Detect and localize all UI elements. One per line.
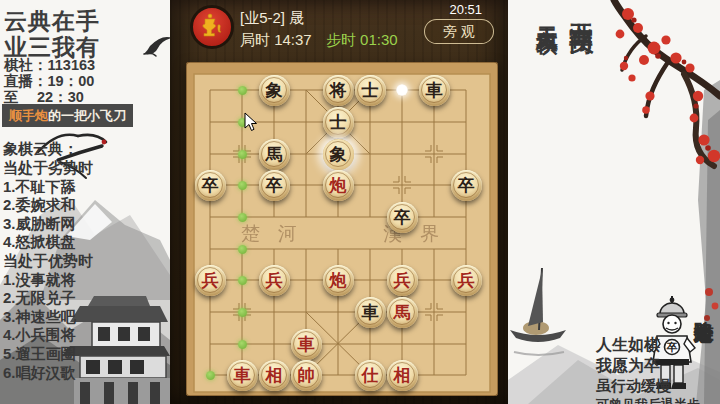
move-hint-dot[interactable] [238, 308, 247, 317]
move-time: 步时 01:30 [326, 31, 398, 48]
piece-black-車[interactable]: 車 [355, 297, 386, 328]
piece-black-士[interactable]: 士 [323, 107, 354, 138]
time-row: 局时 14:37 步时 01:30 [240, 31, 398, 50]
piece-red-兵[interactable]: 兵 [259, 265, 290, 296]
cloud-list-header: 象棋云典： [3, 140, 78, 159]
poem-line: 可曾见我后退半步 [596, 396, 700, 404]
move-hint-dot[interactable] [206, 371, 215, 380]
right-overlay-panel: 卒 业三守门员 天天象棋 人生如棋我愿为卒虽行动缓慢可曾见我后退半步 路边摊老云 [508, 0, 720, 404]
cloud-list-item: 4.怒掀棋盘 [3, 233, 93, 252]
screenshot-stage: 云典在手 业三我有 棋社：113163 直播：19：00 至 22：30 顺手炮… [0, 0, 720, 404]
piece-black-卒[interactable]: 卒 [259, 170, 290, 201]
piece-black-士[interactable]: 士 [355, 75, 386, 106]
player-avatar[interactable] [190, 5, 234, 49]
piece-black-将[interactable]: 将 [323, 75, 354, 106]
move-hint-dot[interactable] [238, 86, 247, 95]
slogan-column-right: 业三守门员 [566, 3, 596, 13]
trophy-icon [197, 12, 227, 42]
move-hint-dot[interactable] [238, 245, 247, 254]
piece-black-車[interactable]: 車 [419, 75, 450, 106]
piece-black-馬[interactable]: 馬 [259, 139, 290, 170]
topic-banner-rest: 的一把小飞刀 [48, 108, 126, 123]
move-hint-dot[interactable] [238, 150, 247, 159]
cloud-list-item: 2.无限兑子 [3, 289, 93, 308]
river-label-left: 楚 河 [241, 222, 303, 244]
cloud-list-item: 5.遛王画圈 [3, 345, 93, 364]
game-time: 局时 14:37 [240, 31, 312, 48]
cloud-list-item: 3.威胁断网 [3, 215, 93, 234]
move-hint-dot[interactable] [238, 340, 247, 349]
topic-banner-highlight: 顺手炮 [9, 108, 48, 123]
poem-line: 我愿为卒 [596, 355, 700, 376]
piece-red-相[interactable]: 相 [387, 360, 418, 391]
streamer-name: 路边摊老云 [692, 305, 716, 310]
plum-blossom-icon [614, 0, 720, 166]
piece-black-象[interactable]: 象 [323, 139, 354, 170]
cloud-list-item: 6.唱好汉歌 [3, 364, 93, 383]
piece-red-車[interactable]: 車 [291, 329, 322, 360]
piece-black-卒[interactable]: 卒 [195, 170, 226, 201]
piece-black-象[interactable]: 象 [259, 75, 290, 106]
cloud-list-item: 1.没事就将 [3, 271, 93, 290]
piece-red-兵[interactable]: 兵 [195, 265, 226, 296]
piece-red-炮[interactable]: 炮 [323, 265, 354, 296]
spectate-button[interactable]: 旁观 [424, 19, 494, 44]
topic-banner: 顺手炮的一把小飞刀 [2, 104, 133, 127]
system-clock: 20:51 [449, 2, 482, 17]
player-name: [业5-2] 晟 [240, 9, 304, 28]
piece-red-仕[interactable]: 仕 [355, 360, 386, 391]
piece-red-兵[interactable]: 兵 [387, 265, 418, 296]
last-move-origin-marker [396, 84, 408, 96]
pawn-poem: 人生如棋我愿为卒虽行动缓慢可曾见我后退半步 [596, 334, 700, 404]
move-hint-dot[interactable] [238, 276, 247, 285]
piece-black-卒[interactable]: 卒 [387, 202, 418, 233]
piece-red-相[interactable]: 相 [259, 360, 290, 391]
poem-line: 人生如棋 [596, 334, 700, 355]
cloud-list-item: 4.小兵围将 [3, 326, 93, 345]
move-hint-dot[interactable] [238, 181, 247, 190]
cloud-list-item: 当处于劣势时 [3, 159, 93, 178]
boat-icon [510, 268, 566, 355]
slogan-column-left: 天天象棋 [534, 9, 561, 17]
game-area: [业5-2] 晟 局时 14:37 步时 01:30 20:51 旁观 楚 河 … [170, 0, 508, 404]
cloud-list-item: 当处于优势时 [3, 252, 93, 271]
mouse-cursor-icon [244, 112, 260, 132]
cloud-list-item: 2.委婉求和 [3, 196, 93, 215]
piece-red-馬[interactable]: 馬 [387, 297, 418, 328]
cloud-list-item: 3.神速些吧 [3, 308, 93, 327]
cloud-list-item: 1.不耻下舔 [3, 178, 93, 197]
piece-red-炮[interactable]: 炮 [323, 170, 354, 201]
crane-icon [144, 37, 170, 56]
piece-red-車[interactable]: 車 [227, 360, 258, 391]
piece-red-帥[interactable]: 帥 [291, 360, 322, 391]
move-hint-dot[interactable] [238, 213, 247, 222]
piece-black-卒[interactable]: 卒 [451, 170, 482, 201]
poem-line: 虽行动缓慢 [596, 376, 700, 396]
piece-red-兵[interactable]: 兵 [451, 265, 482, 296]
left-overlay-panel: 云典在手 业三我有 棋社：113163 直播：19：00 至 22：30 顺手炮… [0, 0, 170, 404]
cloud-list: 当处于劣势时1.不耻下舔2.委婉求和3.威胁断网4.怒掀棋盘当处于优势时1.没事… [3, 159, 93, 382]
